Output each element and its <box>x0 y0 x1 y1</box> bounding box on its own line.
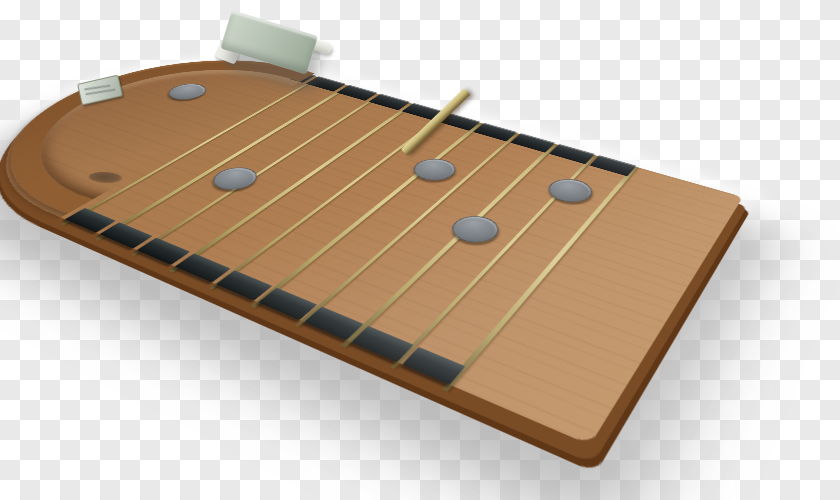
transparent-checkerboard-background <box>0 0 840 500</box>
lighting-overlay <box>0 41 743 445</box>
plaque-engraving-line <box>85 89 115 95</box>
felt-eraser[interactable] <box>220 10 318 75</box>
chalk-and-eraser-group <box>216 6 336 82</box>
shove-hapenny-board <box>0 41 743 445</box>
